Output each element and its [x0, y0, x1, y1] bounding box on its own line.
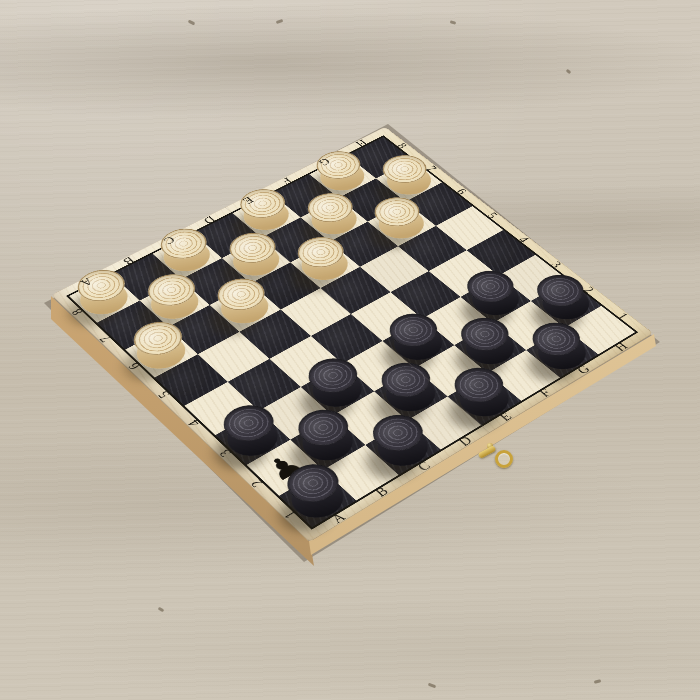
clasp-ring — [495, 450, 513, 468]
clasp-hasp — [478, 445, 497, 459]
scene: ♟ ABCDEFGHABCDEFGH8765432187654321 — [0, 0, 700, 700]
clasp[interactable] — [477, 436, 519, 472]
